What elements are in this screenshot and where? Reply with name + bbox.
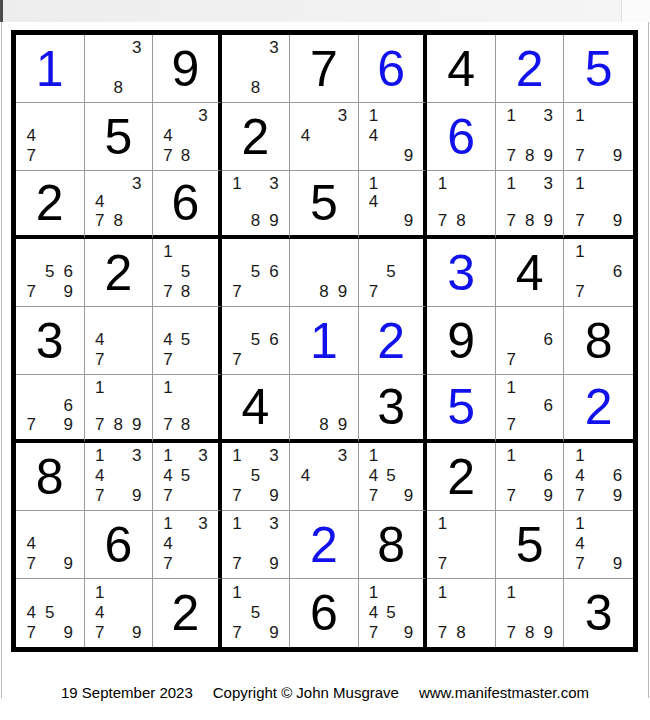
cell-r9c2[interactable]: 1479 bbox=[85, 579, 154, 647]
titlebar-right-segment bbox=[621, 0, 650, 22]
cell-r5c2[interactable]: 47 bbox=[85, 307, 154, 375]
pencil-mark-6 bbox=[128, 193, 147, 212]
pencil-mark-6 bbox=[400, 262, 418, 282]
solved-digit: 6 bbox=[447, 112, 475, 162]
cell-r5c8[interactable]: 67 bbox=[496, 307, 565, 375]
pencil-mark-9: 9 bbox=[59, 281, 78, 301]
pencil-mark-6 bbox=[265, 58, 284, 78]
given-digit: 7 bbox=[310, 44, 338, 94]
pencil-mark-8: 8 bbox=[109, 415, 128, 434]
pencil-mark-4: 4 bbox=[91, 193, 110, 212]
solved-digit: 5 bbox=[447, 382, 475, 432]
pencil-mark-5 bbox=[246, 58, 265, 78]
pencil-mark-3 bbox=[608, 514, 627, 534]
cell-r3c4[interactable]: 1389 bbox=[222, 171, 291, 239]
pencil-mark-7: 7 bbox=[433, 211, 452, 230]
cell-r8c6[interactable]: 8 bbox=[359, 511, 428, 579]
pencil-marks: 17 bbox=[433, 514, 489, 573]
cell-r7c6[interactable]: 14579 bbox=[359, 443, 428, 511]
pencil-mark-4 bbox=[502, 330, 521, 350]
pencil-mark-1 bbox=[91, 38, 110, 58]
cell-r1c5[interactable]: 7 bbox=[290, 35, 359, 103]
pencil-mark-7: 7 bbox=[91, 485, 110, 505]
cell-r4c7[interactable]: 3 bbox=[427, 239, 496, 307]
pencil-mark-7: 7 bbox=[22, 281, 41, 301]
cell-r4c2[interactable]: 2 bbox=[85, 239, 154, 307]
pencil-mark-6 bbox=[608, 126, 627, 146]
pencil-mark-8 bbox=[41, 622, 60, 642]
pencil-mark-6 bbox=[194, 126, 212, 146]
pencil-mark-8: 8 bbox=[177, 415, 195, 434]
pencil-mark-5: 5 bbox=[382, 262, 400, 282]
pencil-mark-4: 4 bbox=[159, 534, 177, 554]
pencil-mark-8 bbox=[589, 211, 608, 230]
pencil-mark-5 bbox=[315, 397, 334, 416]
pencil-mark-9 bbox=[194, 553, 212, 573]
pencil-mark-1: 1 bbox=[228, 446, 247, 466]
pencil-mark-4 bbox=[22, 397, 41, 416]
cell-r7c7[interactable]: 2 bbox=[427, 443, 496, 511]
pencil-marks: 1679 bbox=[502, 446, 558, 505]
pencil-mark-7 bbox=[296, 281, 315, 301]
cell-r2c6[interactable]: 149 bbox=[359, 103, 428, 171]
pencil-mark-4: 4 bbox=[296, 126, 315, 146]
pencil-marks: 38 bbox=[228, 38, 284, 97]
pencil-mark-6 bbox=[128, 466, 147, 486]
pencil-mark-3 bbox=[608, 446, 627, 466]
cell-r3c3[interactable]: 6 bbox=[153, 171, 222, 239]
pencil-mark-4 bbox=[502, 466, 521, 486]
cell-r4c4[interactable]: 567 bbox=[222, 239, 291, 307]
pencil-mark-5: 5 bbox=[41, 262, 60, 282]
cell-r8c9[interactable]: 1479 bbox=[564, 511, 633, 579]
pencil-mark-3: 3 bbox=[194, 514, 212, 534]
pencil-mark-2 bbox=[589, 446, 608, 466]
pencil-mark-7: 7 bbox=[91, 211, 110, 230]
pencil-mark-6 bbox=[265, 534, 284, 554]
pencil-mark-9: 9 bbox=[128, 485, 147, 505]
cell-r6c1[interactable]: 679 bbox=[16, 375, 85, 443]
pencil-mark-8 bbox=[246, 349, 265, 369]
pencil-mark-4 bbox=[228, 330, 247, 350]
pencil-mark-6 bbox=[608, 534, 627, 554]
pencil-mark-9: 9 bbox=[265, 485, 284, 505]
pencil-marks: 167 bbox=[570, 242, 627, 301]
pencil-mark-5 bbox=[246, 534, 265, 554]
cell-r3c6[interactable]: 149 bbox=[359, 171, 428, 239]
pencil-mark-2 bbox=[41, 582, 60, 602]
cell-r7c1[interactable]: 8 bbox=[16, 443, 85, 511]
pencil-mark-1 bbox=[228, 242, 247, 262]
pencil-mark-9: 9 bbox=[608, 145, 627, 165]
pencil-mark-2 bbox=[382, 242, 400, 262]
pencil-mark-9 bbox=[470, 622, 489, 642]
cell-r1c2[interactable]: 38 bbox=[85, 35, 154, 103]
cell-r5c7[interactable]: 9 bbox=[427, 307, 496, 375]
pencil-mark-7: 7 bbox=[22, 145, 41, 165]
pencil-mark-9 bbox=[194, 145, 212, 165]
pencil-mark-3 bbox=[539, 310, 558, 330]
pencil-mark-9 bbox=[608, 281, 627, 301]
pencil-mark-3 bbox=[128, 582, 147, 602]
pencil-mark-5: 5 bbox=[41, 602, 60, 622]
pencil-mark-2 bbox=[109, 446, 128, 466]
cell-r8c4[interactable]: 1379 bbox=[222, 511, 291, 579]
pencil-mark-5 bbox=[109, 397, 128, 416]
pencil-mark-4 bbox=[22, 262, 41, 282]
cell-r1c4[interactable]: 38 bbox=[222, 35, 291, 103]
pencil-mark-8: 8 bbox=[177, 281, 195, 301]
pencil-marks: 89 bbox=[296, 378, 352, 434]
pencil-mark-8: 8 bbox=[109, 211, 128, 230]
cell-r4c9[interactable]: 167 bbox=[564, 239, 633, 307]
cell-r9c3[interactable]: 2 bbox=[153, 579, 222, 647]
pencil-mark-7: 7 bbox=[502, 211, 521, 230]
pencil-marks: 1379 bbox=[228, 514, 284, 573]
pencil-mark-8 bbox=[382, 145, 400, 165]
pencil-mark-4 bbox=[502, 126, 521, 146]
pencil-mark-2 bbox=[246, 514, 265, 534]
pencil-mark-9 bbox=[194, 485, 212, 505]
pencil-mark-4 bbox=[296, 262, 315, 282]
cell-r5c9[interactable]: 8 bbox=[564, 307, 633, 375]
pencil-mark-1 bbox=[91, 310, 110, 330]
pencil-marks: 149 bbox=[365, 174, 418, 230]
cell-r1c8[interactable]: 2 bbox=[496, 35, 565, 103]
pencil-mark-3 bbox=[128, 310, 147, 330]
given-digit: 3 bbox=[377, 382, 405, 432]
pencil-mark-8 bbox=[246, 281, 265, 301]
pencil-mark-4 bbox=[91, 397, 110, 416]
pencil-mark-6 bbox=[128, 397, 147, 416]
given-digit: 2 bbox=[36, 178, 64, 228]
pencil-mark-2 bbox=[589, 242, 608, 262]
cell-r1c3[interactable]: 9 bbox=[153, 35, 222, 103]
pencil-mark-6 bbox=[539, 193, 558, 212]
pencil-mark-2 bbox=[589, 106, 608, 126]
cell-r8c1[interactable]: 479 bbox=[16, 511, 85, 579]
pencil-mark-2 bbox=[452, 514, 471, 534]
pencil-mark-6 bbox=[128, 330, 147, 350]
cell-r1c7[interactable]: 4 bbox=[427, 35, 496, 103]
pencil-mark-9 bbox=[400, 281, 418, 301]
pencil-mark-9 bbox=[470, 553, 489, 573]
pencil-mark-8: 8 bbox=[177, 145, 195, 165]
pencil-mark-2 bbox=[382, 582, 400, 602]
pencil-mark-1: 1 bbox=[159, 514, 177, 534]
pencil-marks: 47 bbox=[91, 310, 147, 369]
pencil-mark-1: 1 bbox=[159, 242, 177, 262]
pencil-marks: 13479 bbox=[91, 446, 147, 505]
pencil-mark-6 bbox=[59, 534, 78, 554]
pencil-mark-6 bbox=[333, 126, 352, 146]
pencil-mark-7: 7 bbox=[502, 622, 521, 642]
solved-digit: 2 bbox=[310, 520, 338, 570]
pencil-mark-5 bbox=[589, 193, 608, 212]
pencil-mark-8: 8 bbox=[246, 77, 265, 97]
pencil-mark-7: 7 bbox=[502, 415, 521, 434]
cell-r3c1[interactable]: 2 bbox=[16, 171, 85, 239]
pencil-mark-1: 1 bbox=[91, 446, 110, 466]
pencil-mark-4: 4 bbox=[296, 466, 315, 486]
pencil-mark-5 bbox=[520, 193, 539, 212]
solved-digit: 1 bbox=[310, 316, 338, 366]
pencil-mark-6 bbox=[470, 193, 489, 212]
pencil-mark-7: 7 bbox=[228, 485, 247, 505]
given-digit: 8 bbox=[36, 452, 64, 502]
pencil-mark-3: 3 bbox=[265, 174, 284, 193]
pencil-mark-7 bbox=[365, 211, 383, 230]
pencil-mark-7 bbox=[228, 211, 247, 230]
pencil-marks: 13457 bbox=[159, 446, 212, 505]
pencil-mark-3 bbox=[333, 378, 352, 397]
pencil-mark-8 bbox=[246, 553, 265, 573]
pencil-mark-2 bbox=[246, 38, 265, 58]
pencil-mark-2 bbox=[520, 174, 539, 193]
pencil-mark-9: 9 bbox=[128, 415, 147, 434]
pencil-mark-7: 7 bbox=[570, 211, 589, 230]
pencil-marks: 34 bbox=[296, 106, 352, 165]
pencil-mark-4: 4 bbox=[91, 602, 110, 622]
pencil-mark-9: 9 bbox=[59, 415, 78, 434]
pencil-mark-9: 9 bbox=[539, 211, 558, 230]
cell-r4c6[interactable]: 57 bbox=[359, 239, 428, 307]
pencil-mark-5 bbox=[589, 466, 608, 486]
pencil-mark-6 bbox=[400, 466, 418, 486]
pencil-mark-8 bbox=[520, 485, 539, 505]
pencil-mark-3 bbox=[470, 174, 489, 193]
cell-r3c5[interactable]: 5 bbox=[290, 171, 359, 239]
pencil-marks: 14679 bbox=[570, 446, 627, 505]
pencil-mark-5 bbox=[109, 58, 128, 78]
pencil-mark-5 bbox=[520, 330, 539, 350]
pencil-mark-3 bbox=[539, 446, 558, 466]
cell-r4c8[interactable]: 4 bbox=[496, 239, 565, 307]
cell-r4c3[interactable]: 1578 bbox=[153, 239, 222, 307]
cell-r7c9[interactable]: 14679 bbox=[564, 443, 633, 511]
cell-r2c4[interactable]: 2 bbox=[222, 103, 291, 171]
cell-r9c8[interactable]: 1789 bbox=[496, 579, 565, 647]
cell-r8c5[interactable]: 2 bbox=[290, 511, 359, 579]
pencil-mark-5 bbox=[41, 534, 60, 554]
cell-r2c5[interactable]: 34 bbox=[290, 103, 359, 171]
cell-r3c7[interactable]: 178 bbox=[427, 171, 496, 239]
cell-r7c2[interactable]: 13479 bbox=[85, 443, 154, 511]
cell-r6c6[interactable]: 3 bbox=[359, 375, 428, 443]
pencil-mark-3: 3 bbox=[194, 446, 212, 466]
pencil-mark-6 bbox=[265, 466, 284, 486]
pencil-mark-4: 4 bbox=[570, 534, 589, 554]
cell-r2c9[interactable]: 179 bbox=[564, 103, 633, 171]
pencil-mark-8 bbox=[589, 485, 608, 505]
pencil-mark-2 bbox=[382, 446, 400, 466]
pencil-mark-8: 8 bbox=[520, 622, 539, 642]
cell-r6c2[interactable]: 1789 bbox=[85, 375, 154, 443]
cell-r8c7[interactable]: 17 bbox=[427, 511, 496, 579]
pencil-mark-3 bbox=[194, 310, 212, 330]
pencil-mark-3 bbox=[194, 378, 212, 397]
cell-r1c9[interactable]: 5 bbox=[564, 35, 633, 103]
cell-r2c3[interactable]: 3478 bbox=[153, 103, 222, 171]
cell-r1c1[interactable]: 1 bbox=[16, 35, 85, 103]
cell-r4c5[interactable]: 89 bbox=[290, 239, 359, 307]
cell-r9c1[interactable]: 4579 bbox=[16, 579, 85, 647]
pencil-mark-2 bbox=[315, 242, 334, 262]
pencil-mark-5 bbox=[315, 466, 334, 486]
pencil-mark-9: 9 bbox=[608, 553, 627, 573]
pencil-mark-4 bbox=[570, 262, 589, 282]
pencil-mark-8 bbox=[589, 281, 608, 301]
pencil-mark-1: 1 bbox=[570, 106, 589, 126]
cell-r6c7[interactable]: 5 bbox=[427, 375, 496, 443]
pencil-mark-9: 9 bbox=[608, 485, 627, 505]
cell-r7c5[interactable]: 34 bbox=[290, 443, 359, 511]
pencil-mark-5 bbox=[109, 193, 128, 212]
pencil-marks: 567 bbox=[228, 242, 284, 301]
cell-r9c5[interactable]: 6 bbox=[290, 579, 359, 647]
pencil-mark-3: 3 bbox=[128, 174, 147, 193]
window-right-border bbox=[648, 22, 649, 698]
cell-r9c7[interactable]: 178 bbox=[427, 579, 496, 647]
cell-r5c5[interactable]: 1 bbox=[290, 307, 359, 375]
cell-r8c2[interactable]: 6 bbox=[85, 511, 154, 579]
cell-r9c4[interactable]: 1579 bbox=[222, 579, 291, 647]
pencil-mark-7: 7 bbox=[570, 281, 589, 301]
pencil-mark-2 bbox=[315, 378, 334, 397]
pencil-mark-3 bbox=[400, 242, 418, 262]
cell-r2c7[interactable]: 6 bbox=[427, 103, 496, 171]
pencil-mark-2 bbox=[177, 446, 195, 466]
cell-r2c1[interactable]: 47 bbox=[16, 103, 85, 171]
cell-r6c3[interactable]: 178 bbox=[153, 375, 222, 443]
pencil-mark-1: 1 bbox=[433, 174, 452, 193]
cell-r6c4[interactable]: 4 bbox=[222, 375, 291, 443]
pencil-mark-5 bbox=[109, 602, 128, 622]
pencil-mark-7: 7 bbox=[570, 145, 589, 165]
titlebar-left-edge bbox=[0, 0, 3, 22]
pencil-mark-1 bbox=[296, 378, 315, 397]
cell-r9c9[interactable]: 3 bbox=[564, 579, 633, 647]
solved-digit: 3 bbox=[447, 248, 475, 298]
pencil-mark-9: 9 bbox=[265, 211, 284, 230]
pencil-mark-6 bbox=[333, 397, 352, 416]
cell-r7c3[interactable]: 13457 bbox=[153, 443, 222, 511]
cell-r8c3[interactable]: 1347 bbox=[153, 511, 222, 579]
pencil-mark-8 bbox=[520, 349, 539, 369]
pencil-mark-1: 1 bbox=[365, 582, 383, 602]
pencil-mark-2 bbox=[41, 514, 60, 534]
cell-r6c8[interactable]: 167 bbox=[496, 375, 565, 443]
pencil-mark-2 bbox=[589, 174, 608, 193]
pencil-mark-9: 9 bbox=[539, 145, 558, 165]
pencil-mark-2 bbox=[177, 242, 195, 262]
cell-r7c4[interactable]: 13579 bbox=[222, 443, 291, 511]
pencil-mark-6 bbox=[128, 58, 147, 78]
cell-r3c2[interactable]: 3478 bbox=[85, 171, 154, 239]
cell-r6c9[interactable]: 2 bbox=[564, 375, 633, 443]
given-digit: 2 bbox=[242, 112, 270, 162]
pencil-mark-9 bbox=[265, 349, 284, 369]
pencil-marks: 179 bbox=[570, 106, 627, 165]
footer-website: www.manifestmaster.com bbox=[419, 684, 589, 701]
pencil-mark-2 bbox=[109, 310, 128, 330]
pencil-mark-6: 6 bbox=[59, 397, 78, 416]
pencil-mark-4: 4 bbox=[365, 602, 383, 622]
cell-r3c8[interactable]: 13789 bbox=[496, 171, 565, 239]
cell-r7c8[interactable]: 1679 bbox=[496, 443, 565, 511]
pencil-marks: 57 bbox=[365, 242, 418, 301]
pencil-mark-1 bbox=[22, 514, 41, 534]
pencil-mark-5: 5 bbox=[382, 602, 400, 622]
pencil-mark-6 bbox=[59, 126, 78, 146]
cell-r8c8[interactable]: 5 bbox=[496, 511, 565, 579]
cell-r5c6[interactable]: 2 bbox=[359, 307, 428, 375]
cell-r5c1[interactable]: 3 bbox=[16, 307, 85, 375]
pencil-mark-6: 6 bbox=[608, 466, 627, 486]
pencil-mark-6 bbox=[470, 602, 489, 622]
pencil-mark-6 bbox=[194, 466, 212, 486]
pencil-mark-8 bbox=[382, 211, 400, 230]
pencil-mark-3: 3 bbox=[265, 514, 284, 534]
pencil-mark-5: 5 bbox=[177, 466, 195, 486]
pencil-mark-3 bbox=[333, 242, 352, 262]
pencil-mark-2 bbox=[246, 446, 265, 466]
pencil-mark-1: 1 bbox=[433, 582, 452, 602]
pencil-mark-9 bbox=[265, 77, 284, 97]
pencil-mark-4 bbox=[296, 397, 315, 416]
pencil-mark-1: 1 bbox=[570, 446, 589, 466]
pencil-mark-1: 1 bbox=[502, 174, 521, 193]
cell-r2c2[interactable]: 5 bbox=[85, 103, 154, 171]
pencil-mark-1: 1 bbox=[228, 514, 247, 534]
pencil-mark-1 bbox=[22, 106, 41, 126]
pencil-mark-4 bbox=[228, 262, 247, 282]
cell-r4c1[interactable]: 5679 bbox=[16, 239, 85, 307]
pencil-mark-1: 1 bbox=[365, 106, 383, 126]
pencil-mark-4 bbox=[502, 602, 521, 622]
pencil-mark-1: 1 bbox=[228, 582, 247, 602]
pencil-mark-3 bbox=[608, 106, 627, 126]
cell-r1c6[interactable]: 6 bbox=[359, 35, 428, 103]
cell-r2c8[interactable]: 13789 bbox=[496, 103, 565, 171]
pencil-mark-6 bbox=[608, 193, 627, 212]
pencil-mark-5 bbox=[109, 466, 128, 486]
cell-r6c5[interactable]: 89 bbox=[290, 375, 359, 443]
pencil-mark-1: 1 bbox=[159, 378, 177, 397]
pencil-mark-7 bbox=[296, 145, 315, 165]
pencil-mark-6 bbox=[539, 126, 558, 146]
pencil-mark-9 bbox=[59, 145, 78, 165]
cell-r3c9[interactable]: 179 bbox=[564, 171, 633, 239]
pencil-mark-7: 7 bbox=[365, 485, 383, 505]
pencil-mark-3: 3 bbox=[333, 446, 352, 466]
pencil-mark-5 bbox=[177, 126, 195, 146]
pencil-mark-8 bbox=[246, 622, 265, 642]
pencil-mark-9: 9 bbox=[59, 622, 78, 642]
pencil-mark-2 bbox=[589, 514, 608, 534]
pencil-mark-8 bbox=[41, 415, 60, 434]
pencil-mark-8 bbox=[109, 485, 128, 505]
pencil-mark-2 bbox=[520, 582, 539, 602]
pencil-mark-7 bbox=[91, 77, 110, 97]
cell-r9c6[interactable]: 14579 bbox=[359, 579, 428, 647]
pencil-mark-3 bbox=[539, 582, 558, 602]
pencil-mark-1 bbox=[296, 446, 315, 466]
cell-r5c3[interactable]: 457 bbox=[153, 307, 222, 375]
pencil-mark-3 bbox=[608, 174, 627, 193]
pencil-marks: 4579 bbox=[22, 582, 78, 642]
cell-r5c4[interactable]: 567 bbox=[222, 307, 291, 375]
